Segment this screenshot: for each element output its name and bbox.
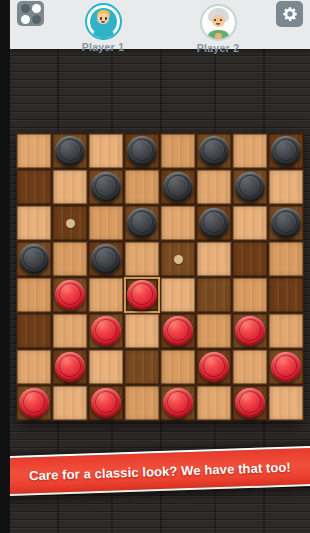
black-checker[interactable] (199, 136, 229, 166)
red-checker[interactable] (55, 280, 85, 310)
board-square[interactable] (52, 277, 88, 313)
red-checker[interactable] (163, 316, 193, 346)
avatar-eye (100, 17, 102, 20)
board-square[interactable] (232, 241, 268, 277)
board-square[interactable] (160, 241, 196, 277)
board-square[interactable] (196, 349, 232, 385)
board-square (232, 133, 268, 169)
black-checker[interactable] (91, 244, 121, 274)
avatar-eye (214, 19, 216, 22)
board-square[interactable] (268, 205, 304, 241)
board-square (88, 205, 124, 241)
board-square (88, 133, 124, 169)
board-square (124, 169, 160, 205)
board-square[interactable] (232, 385, 268, 421)
board-square (88, 349, 124, 385)
checker-dot-dark (21, 4, 30, 13)
board-square[interactable] (268, 349, 304, 385)
board-square (268, 385, 304, 421)
board-square (52, 169, 88, 205)
board-square[interactable] (232, 313, 268, 349)
board-square (124, 313, 160, 349)
red-checker[interactable] (235, 388, 265, 418)
board-square[interactable] (160, 313, 196, 349)
avatar-eye (220, 19, 222, 22)
avatar-mouth (216, 23, 220, 25)
board-square (16, 133, 52, 169)
gear-icon (281, 5, 299, 23)
board-square[interactable] (196, 205, 232, 241)
black-checker[interactable] (235, 172, 265, 202)
board-square (160, 205, 196, 241)
board-square (268, 241, 304, 277)
board-square (88, 277, 124, 313)
board-square (16, 205, 52, 241)
red-checker[interactable] (199, 352, 229, 382)
black-checker[interactable] (55, 136, 85, 166)
board-square[interactable] (52, 205, 88, 241)
board-square (16, 349, 52, 385)
red-checker[interactable] (55, 352, 85, 382)
board-square[interactable] (124, 277, 160, 313)
promo-banner[interactable]: Care for a classic look? We have that to… (10, 446, 310, 496)
board-square[interactable] (232, 169, 268, 205)
black-checker[interactable] (127, 136, 157, 166)
promo-banner-text: Care for a classic look? We have that to… (29, 459, 291, 483)
red-checker[interactable] (19, 388, 49, 418)
board-square (232, 205, 268, 241)
checkers-menu-button[interactable] (17, 1, 44, 26)
board-square (196, 313, 232, 349)
black-checker[interactable] (127, 208, 157, 238)
board-square[interactable] (52, 133, 88, 169)
board-square (160, 133, 196, 169)
board-square[interactable] (16, 241, 52, 277)
board-square[interactable] (88, 313, 124, 349)
board-square (16, 277, 52, 313)
avatar-face (212, 15, 225, 27)
board-square[interactable] (160, 385, 196, 421)
settings-button[interactable] (276, 1, 303, 27)
board-square (268, 169, 304, 205)
board-square[interactable] (124, 133, 160, 169)
board-square[interactable] (268, 133, 304, 169)
red-checker[interactable] (163, 388, 193, 418)
player2-name: Player 2 (183, 42, 253, 54)
board-square (268, 313, 304, 349)
board-square (52, 241, 88, 277)
board-square[interactable] (268, 277, 304, 313)
red-checker[interactable] (127, 280, 157, 310)
board-square[interactable] (16, 313, 52, 349)
red-checker[interactable] (91, 316, 121, 346)
avatar-mouth (101, 21, 105, 23)
board-square (196, 169, 232, 205)
player2-panel: Player 2 (183, 3, 253, 54)
checker-dot-dark (32, 15, 41, 24)
black-checker[interactable] (91, 172, 121, 202)
checkers-pieces-icon (21, 4, 41, 24)
board-square[interactable] (196, 133, 232, 169)
board-square[interactable] (124, 205, 160, 241)
board-square (196, 241, 232, 277)
board-square[interactable] (52, 349, 88, 385)
board-square (232, 277, 268, 313)
move-hint-dot[interactable] (66, 219, 75, 228)
avatar-face (97, 13, 109, 24)
checker-dot-white (32, 4, 41, 13)
red-checker[interactable] (271, 352, 301, 382)
board-square (160, 277, 196, 313)
black-checker[interactable] (163, 172, 193, 202)
red-checker[interactable] (235, 316, 265, 346)
board-square (160, 349, 196, 385)
board-square[interactable] (124, 349, 160, 385)
board-square (52, 313, 88, 349)
player1-name: Player 1 (68, 41, 138, 53)
board-square[interactable] (88, 169, 124, 205)
player1-panel: Player 1 (68, 3, 138, 53)
move-hint-dot[interactable] (174, 255, 183, 264)
top-bar: Player 1 Player 2 (10, 0, 310, 49)
avatar-shirt (215, 33, 222, 41)
checkers-board (16, 133, 304, 421)
app-screen: Care for a classic look? We have that to… (10, 0, 310, 533)
board-square[interactable] (88, 241, 124, 277)
black-checker[interactable] (19, 244, 49, 274)
board-square (52, 385, 88, 421)
avatar-eye (105, 17, 107, 20)
board-square (232, 349, 268, 385)
red-checker[interactable] (91, 388, 121, 418)
black-checker[interactable] (271, 136, 301, 166)
player1-avatar[interactable] (85, 3, 122, 40)
board-square[interactable] (196, 277, 232, 313)
board-square[interactable] (160, 169, 196, 205)
black-checker[interactable] (271, 208, 301, 238)
board-square (124, 385, 160, 421)
board-square[interactable] (16, 385, 52, 421)
board-square (124, 241, 160, 277)
board-square[interactable] (16, 169, 52, 205)
checker-dot-white (21, 15, 30, 24)
black-checker[interactable] (199, 208, 229, 238)
avatar-body (92, 28, 115, 40)
board-square[interactable] (88, 385, 124, 421)
player2-avatar[interactable] (200, 4, 237, 41)
board-square (196, 385, 232, 421)
